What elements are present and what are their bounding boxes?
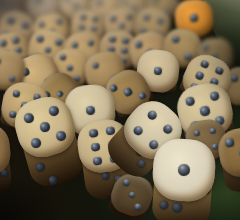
- pip: [193, 129, 201, 137]
- pip: [55, 130, 67, 142]
- die-top-face: [151, 137, 217, 203]
- pip: [154, 67, 163, 76]
- pip: [203, 45, 210, 52]
- pip: [97, 0, 103, 6]
- pip: [59, 53, 67, 61]
- pip: [65, 0, 71, 2]
- die-38-showing-1: [148, 137, 217, 220]
- pip: [110, 15, 117, 22]
- pip: [200, 59, 210, 69]
- pip: [131, 124, 144, 137]
- pip: [39, 121, 51, 133]
- side-pip: [136, 158, 147, 169]
- pip: [48, 104, 60, 116]
- pip: [200, 106, 211, 117]
- pip: [12, 89, 21, 98]
- pip: [30, 137, 42, 149]
- pip: [162, 123, 175, 136]
- dice-pile-photo: [0, 0, 240, 220]
- pip: [78, 24, 85, 31]
- pip: [85, 105, 95, 115]
- pip: [66, 64, 74, 72]
- pip: [80, 14, 87, 21]
- pip: [123, 87, 133, 97]
- pip: [87, 39, 95, 47]
- pip: [0, 57, 2, 64]
- pip: [143, 14, 150, 21]
- pip: [225, 138, 234, 147]
- side-pip: [159, 200, 169, 210]
- pip: [92, 62, 100, 70]
- pip: [146, 108, 159, 121]
- pip: [71, 41, 79, 49]
- pip: [178, 164, 191, 177]
- pip: [0, 39, 7, 47]
- pip: [119, 23, 126, 30]
- side-pip: [172, 203, 182, 213]
- pip: [190, 14, 198, 22]
- pip: [209, 91, 220, 102]
- pip: [109, 36, 116, 43]
- pip: [55, 18, 62, 25]
- pip: [37, 35, 45, 43]
- pip: [172, 35, 179, 42]
- pip: [157, 17, 164, 24]
- pip: [12, 36, 20, 44]
- pip: [22, 112, 34, 124]
- side-pip: [35, 162, 46, 173]
- pip: [92, 16, 99, 23]
- pip: [88, 128, 98, 138]
- pip: [214, 66, 224, 76]
- pip: [35, 0, 42, 3]
- pip: [238, 147, 240, 156]
- pip: [122, 0, 128, 5]
- pip: [195, 71, 205, 81]
- pip: [126, 14, 133, 21]
- pip: [185, 96, 196, 107]
- pip: [7, 16, 15, 24]
- side-pip: [47, 175, 58, 186]
- dice-pile: [0, 0, 240, 220]
- pip: [153, 0, 159, 2]
- pip: [133, 203, 142, 212]
